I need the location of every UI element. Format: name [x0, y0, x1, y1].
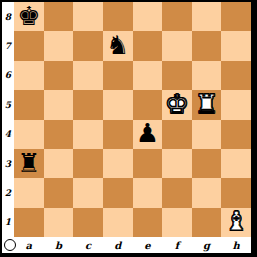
- rank-label-2: 2: [2, 178, 14, 207]
- square-d1[interactable]: [103, 208, 133, 237]
- square-c2[interactable]: [73, 178, 103, 207]
- square-b1[interactable]: [44, 208, 74, 237]
- square-f6[interactable]: [162, 61, 192, 90]
- square-c3[interactable]: [73, 149, 103, 178]
- file-label-a: a: [14, 237, 44, 253]
- square-g3[interactable]: [192, 149, 222, 178]
- piece-black-king[interactable]: ♚: [17, 3, 40, 29]
- square-f3[interactable]: [162, 149, 192, 178]
- square-a1[interactable]: [14, 208, 44, 237]
- file-label-f: f: [162, 237, 192, 253]
- square-d4[interactable]: [103, 120, 133, 149]
- square-b6[interactable]: [44, 61, 74, 90]
- square-g6[interactable]: [192, 61, 222, 90]
- square-g4[interactable]: [192, 120, 222, 149]
- rank-label-1: 1: [2, 208, 14, 237]
- rank-label-4: 4: [2, 120, 14, 149]
- piece-white-rook[interactable]: ♜: [195, 91, 218, 117]
- file-label-h: h: [221, 237, 251, 253]
- square-c6[interactable]: [73, 61, 103, 90]
- rank-label-6: 6: [2, 61, 14, 90]
- square-e5[interactable]: [133, 90, 163, 119]
- file-label-d: d: [103, 237, 133, 253]
- chess-board: ♚♞♚♜♟♜♝: [14, 2, 251, 237]
- square-c8[interactable]: [73, 2, 103, 31]
- square-d7[interactable]: ♞: [103, 31, 133, 60]
- square-f1[interactable]: [162, 208, 192, 237]
- square-d5[interactable]: [103, 90, 133, 119]
- square-a8[interactable]: ♚: [14, 2, 44, 31]
- square-b4[interactable]: [44, 120, 74, 149]
- square-e2[interactable]: [133, 178, 163, 207]
- square-a3[interactable]: ♜: [14, 149, 44, 178]
- square-a4[interactable]: [14, 120, 44, 149]
- file-label-g: g: [192, 237, 222, 253]
- rank-label-3: 3: [2, 149, 14, 178]
- square-e1[interactable]: [133, 208, 163, 237]
- square-e4[interactable]: ♟: [133, 120, 163, 149]
- square-g1[interactable]: [192, 208, 222, 237]
- square-f7[interactable]: [162, 31, 192, 60]
- rank-label-7: 7: [2, 31, 14, 60]
- square-d3[interactable]: [103, 149, 133, 178]
- square-d2[interactable]: [103, 178, 133, 207]
- square-b8[interactable]: [44, 2, 74, 31]
- square-c7[interactable]: [73, 31, 103, 60]
- square-g2[interactable]: [192, 178, 222, 207]
- piece-black-pawn[interactable]: ♟: [136, 120, 159, 146]
- square-g8[interactable]: [192, 2, 222, 31]
- square-a6[interactable]: [14, 61, 44, 90]
- square-d6[interactable]: [103, 61, 133, 90]
- square-h4[interactable]: [221, 120, 251, 149]
- square-e3[interactable]: [133, 149, 163, 178]
- piece-white-king[interactable]: ♚: [165, 91, 188, 117]
- square-f5[interactable]: ♚: [162, 90, 192, 119]
- square-c5[interactable]: [73, 90, 103, 119]
- square-b2[interactable]: [44, 178, 74, 207]
- square-e6[interactable]: [133, 61, 163, 90]
- square-b7[interactable]: [44, 31, 74, 60]
- square-h1[interactable]: ♝: [221, 208, 251, 237]
- file-label-b: b: [44, 237, 74, 253]
- file-label-c: c: [73, 237, 103, 253]
- square-b5[interactable]: [44, 90, 74, 119]
- square-h5[interactable]: [221, 90, 251, 119]
- piece-black-rook[interactable]: ♜: [17, 150, 40, 176]
- square-a5[interactable]: [14, 90, 44, 119]
- square-h2[interactable]: [221, 178, 251, 207]
- rank-label-8: 8: [2, 2, 14, 31]
- square-g5[interactable]: ♜: [192, 90, 222, 119]
- square-e7[interactable]: [133, 31, 163, 60]
- rank-labels: 87654321: [2, 2, 14, 237]
- rank-label-5: 5: [2, 90, 14, 119]
- square-b3[interactable]: [44, 149, 74, 178]
- square-c1[interactable]: [73, 208, 103, 237]
- square-h7[interactable]: [221, 31, 251, 60]
- square-g7[interactable]: [192, 31, 222, 60]
- square-a7[interactable]: [14, 31, 44, 60]
- file-label-e: e: [133, 237, 163, 253]
- white-to-move-indicator: [4, 239, 16, 251]
- square-f2[interactable]: [162, 178, 192, 207]
- piece-white-bishop[interactable]: ♝: [225, 208, 248, 234]
- square-e8[interactable]: [133, 2, 163, 31]
- piece-black-knight[interactable]: ♞: [106, 32, 129, 58]
- square-d8[interactable]: [103, 2, 133, 31]
- square-h3[interactable]: [221, 149, 251, 178]
- square-a2[interactable]: [14, 178, 44, 207]
- square-f4[interactable]: [162, 120, 192, 149]
- square-h8[interactable]: [221, 2, 251, 31]
- chess-diagram: 87654321 ♚♞♚♜♟♜♝ abcdefgh: [0, 0, 257, 257]
- file-labels: abcdefgh: [14, 237, 251, 253]
- square-c4[interactable]: [73, 120, 103, 149]
- square-h6[interactable]: [221, 61, 251, 90]
- square-f8[interactable]: [162, 2, 192, 31]
